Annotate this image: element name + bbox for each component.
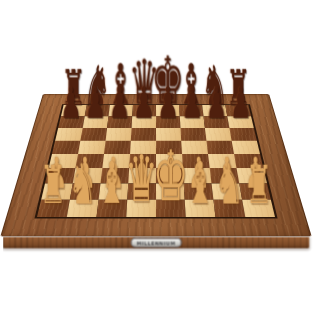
board-square — [75, 154, 104, 168]
board-square: ♟ — [156, 183, 185, 199]
board-square: ♜ — [37, 200, 70, 217]
board-square: ♛ — [126, 200, 156, 217]
board-square: ♝ — [108, 105, 132, 116]
board-front-edge: MILLENNIUM — [3, 237, 310, 249]
board-square: ♟ — [99, 183, 129, 199]
board-square: ♞ — [202, 105, 227, 116]
chess-piece: ♚ — [153, 142, 188, 212]
board-square — [80, 128, 107, 141]
board-square — [101, 168, 130, 183]
board-square: ♟ — [132, 116, 156, 128]
board-square: ♟ — [70, 183, 101, 199]
chess-piece: ♝ — [97, 154, 126, 212]
board-square: ♝ — [185, 200, 216, 217]
board-square: ♚ — [156, 105, 180, 116]
board-square: ♟ — [58, 116, 85, 128]
chess-piece: ♜ — [61, 64, 86, 113]
board-square — [156, 154, 183, 168]
chess-board: ♜♞♝♛♚♝♞♜♟♟♟♟♟♟♟♟♟♟♟♟♟♟♟♟♜♞♝♛♚♝♞♜ MILLENN… — [0, 94, 311, 236]
chess-piece: ♝ — [107, 57, 135, 113]
board-grid: ♜♞♝♛♚♝♞♜♟♟♟♟♟♟♟♟♟♟♟♟♟♟♟♟♜♞♝♛♚♝♞♜ — [37, 105, 275, 217]
board-square: ♞ — [213, 200, 245, 217]
board-square — [234, 154, 263, 168]
board-square — [45, 168, 75, 183]
board-square — [229, 128, 256, 141]
board-square — [237, 168, 267, 183]
board-square: ♝ — [179, 105, 203, 116]
board-square — [232, 141, 260, 154]
board-square — [55, 128, 82, 141]
board-square: ♜ — [61, 105, 87, 116]
board-square: ♟ — [204, 116, 230, 128]
board-square: ♟ — [180, 116, 205, 128]
board-square — [106, 128, 132, 141]
board-square: ♛ — [132, 105, 156, 116]
board-square: ♟ — [184, 183, 214, 199]
board-square: ♜ — [242, 200, 275, 217]
board-square — [182, 154, 210, 168]
board-square: ♞ — [67, 200, 99, 217]
board-square — [156, 141, 182, 154]
board-square — [208, 154, 237, 168]
board-square: ♟ — [211, 183, 242, 199]
board-square — [206, 141, 234, 154]
board-square: ♟ — [227, 116, 254, 128]
board-square — [104, 141, 131, 154]
board-square: ♚ — [156, 200, 186, 217]
board-square: ♜ — [225, 105, 251, 116]
board-square — [52, 141, 80, 154]
board-square — [156, 128, 181, 141]
board-square: ♟ — [156, 116, 180, 128]
chess-piece: ♝ — [185, 154, 214, 212]
board-square — [78, 141, 106, 154]
board-square — [128, 168, 156, 183]
chess-piece: ♜ — [226, 64, 251, 113]
brand-plate: MILLENNIUM — [131, 238, 182, 248]
board-square: ♝ — [97, 200, 128, 217]
product-photo-scene: ♜♞♝♛♚♝♞♜♟♟♟♟♟♟♟♟♟♟♟♟♟♟♟♟♜♞♝♛♚♝♞♜ MILLENN… — [0, 0, 320, 320]
board-square — [210, 168, 240, 183]
board-square — [156, 168, 184, 183]
board-square — [130, 141, 156, 154]
board-square — [183, 168, 212, 183]
board-square — [49, 154, 78, 168]
board-square: ♞ — [85, 105, 110, 116]
board-square — [180, 128, 206, 141]
brand-plate-label: MILLENNIUM — [137, 239, 176, 245]
board-square — [129, 154, 156, 168]
board-square — [205, 128, 232, 141]
chess-piece: ♞ — [83, 58, 111, 112]
board-square — [73, 168, 103, 183]
playing-area: ♜♞♝♛♚♝♞♜♟♟♟♟♟♟♟♟♟♟♟♟♟♟♟♟♜♞♝♛♚♝♞♜ — [34, 104, 277, 218]
board-square — [131, 128, 156, 141]
chess-piece: ♛ — [129, 51, 160, 112]
board-square — [102, 154, 130, 168]
board-square: ♟ — [127, 183, 156, 199]
board-square — [181, 141, 208, 154]
board-square: ♟ — [239, 183, 271, 199]
board-square: ♟ — [41, 183, 73, 199]
board-square: ♟ — [107, 116, 132, 128]
board-square: ♟ — [83, 116, 109, 128]
